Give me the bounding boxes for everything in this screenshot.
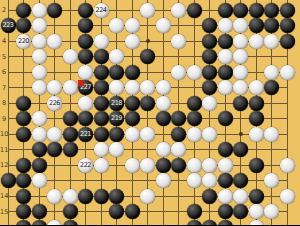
white-stone bbox=[140, 189, 155, 204]
black-stone bbox=[94, 189, 109, 204]
black-stone bbox=[249, 111, 264, 126]
white-stone bbox=[218, 189, 233, 204]
white-stone bbox=[264, 204, 279, 219]
black-stone bbox=[16, 158, 31, 173]
row-coordinate-label: 11 bbox=[0, 146, 8, 154]
white-stone bbox=[125, 34, 140, 49]
black-stone bbox=[16, 220, 31, 226]
black-stone bbox=[218, 204, 233, 219]
row-coordinate-label: 10 bbox=[0, 130, 8, 138]
white-stone bbox=[32, 65, 47, 80]
black-stone bbox=[171, 158, 186, 173]
white-stone bbox=[280, 158, 295, 173]
black-stone bbox=[78, 111, 93, 126]
star-point bbox=[239, 132, 243, 136]
black-stone bbox=[16, 96, 31, 111]
black-stone bbox=[218, 34, 233, 49]
black-stone bbox=[109, 65, 124, 80]
go-app-screen: 2345678910111213141522422322022722621821… bbox=[0, 0, 300, 225]
white-stone bbox=[109, 18, 124, 33]
white-stone bbox=[32, 3, 47, 18]
black-stone bbox=[94, 111, 109, 126]
black-stone bbox=[249, 189, 264, 204]
black-stone: 223 bbox=[1, 18, 16, 33]
black-stone bbox=[233, 96, 248, 111]
black-stone bbox=[202, 18, 217, 33]
black-stone bbox=[16, 173, 31, 188]
black-stone bbox=[94, 49, 109, 64]
row-coordinate-label: 2 bbox=[0, 6, 8, 14]
white-stone bbox=[233, 65, 248, 80]
black-stone bbox=[32, 220, 47, 226]
move-number-label: 221 bbox=[80, 131, 91, 138]
black-stone: 219 bbox=[109, 111, 124, 126]
white-stone bbox=[125, 127, 140, 142]
white-stone bbox=[32, 34, 47, 49]
black-stone bbox=[63, 142, 78, 157]
move-number-label: 219 bbox=[111, 115, 122, 122]
black-stone bbox=[218, 111, 233, 126]
black-stone bbox=[47, 3, 62, 18]
black-stone bbox=[140, 49, 155, 64]
black-stone bbox=[171, 127, 186, 142]
black-stone bbox=[94, 96, 109, 111]
black-stone bbox=[78, 189, 93, 204]
black-stone bbox=[94, 127, 109, 142]
white-stone bbox=[280, 65, 295, 80]
black-stone bbox=[249, 18, 264, 33]
row-coordinate-label: 12 bbox=[0, 161, 8, 169]
white-stone bbox=[94, 34, 109, 49]
black-stone bbox=[109, 189, 124, 204]
row-coordinate-label: 15 bbox=[0, 208, 8, 216]
black-stone bbox=[16, 127, 31, 142]
black-stone bbox=[32, 142, 47, 157]
white-stone bbox=[218, 18, 233, 33]
black-stone bbox=[78, 49, 93, 64]
white-stone bbox=[125, 80, 140, 95]
black-stone bbox=[32, 158, 47, 173]
black-stone: 221 bbox=[78, 127, 93, 142]
white-stone bbox=[233, 34, 248, 49]
white-stone: 220 bbox=[16, 34, 31, 49]
white-stone bbox=[171, 3, 186, 18]
move-number-label: 218 bbox=[111, 100, 122, 107]
white-stone bbox=[171, 34, 186, 49]
white-stone bbox=[233, 80, 248, 95]
black-stone bbox=[16, 3, 31, 18]
black-stone bbox=[280, 18, 295, 33]
white-stone bbox=[280, 189, 295, 204]
black-stone bbox=[109, 204, 124, 219]
white-stone bbox=[202, 158, 217, 173]
black-stone bbox=[94, 80, 109, 95]
black-stone bbox=[63, 111, 78, 126]
black-stone bbox=[233, 142, 248, 157]
black-stone bbox=[47, 142, 62, 157]
black-stone bbox=[78, 3, 93, 18]
black-stone bbox=[109, 127, 124, 142]
white-stone bbox=[47, 220, 62, 226]
white-stone: 226 bbox=[47, 96, 62, 111]
grid-line-horizontal bbox=[8, 118, 288, 119]
black-stone bbox=[63, 204, 78, 219]
white-stone bbox=[32, 127, 47, 142]
black-stone bbox=[264, 3, 279, 18]
black-stone: 218 bbox=[109, 96, 124, 111]
white-stone bbox=[187, 127, 202, 142]
black-stone bbox=[125, 65, 140, 80]
white-stone bbox=[47, 127, 62, 142]
white-stone bbox=[156, 173, 171, 188]
black-stone bbox=[187, 3, 202, 18]
white-stone bbox=[249, 80, 264, 95]
black-stone bbox=[187, 96, 202, 111]
white-stone bbox=[156, 142, 171, 157]
white-stone: 224 bbox=[94, 3, 109, 18]
move-number-label: 222 bbox=[80, 162, 91, 169]
black-stone bbox=[249, 158, 264, 173]
white-stone bbox=[249, 204, 264, 219]
black-stone bbox=[156, 158, 171, 173]
white-stone bbox=[218, 80, 233, 95]
black-stone bbox=[78, 18, 93, 33]
black-stone bbox=[16, 18, 31, 33]
black-stone bbox=[218, 173, 233, 188]
white-stone bbox=[140, 127, 155, 142]
white-stone bbox=[32, 111, 47, 126]
black-stone bbox=[202, 49, 217, 64]
white-stone bbox=[218, 49, 233, 64]
black-stone bbox=[249, 3, 264, 18]
black-stone bbox=[140, 96, 155, 111]
white-stone bbox=[94, 142, 109, 157]
white-stone bbox=[233, 18, 248, 33]
white-stone bbox=[202, 173, 217, 188]
black-stone bbox=[125, 204, 140, 219]
black-stone bbox=[16, 204, 31, 219]
black-stone bbox=[202, 189, 217, 204]
white-stone bbox=[156, 18, 171, 33]
white-stone bbox=[63, 80, 78, 95]
white-stone bbox=[140, 80, 155, 95]
white-stone bbox=[32, 49, 47, 64]
white-stone bbox=[249, 127, 264, 142]
white-stone bbox=[47, 34, 62, 49]
white-stone bbox=[264, 127, 279, 142]
black-stone bbox=[202, 80, 217, 95]
white-stone bbox=[264, 173, 279, 188]
white-stone bbox=[63, 189, 78, 204]
black-stone bbox=[156, 111, 171, 126]
row-coordinate-label: 7 bbox=[0, 84, 8, 92]
white-stone bbox=[202, 96, 217, 111]
white-stone bbox=[47, 189, 62, 204]
row-coordinate-label: 8 bbox=[0, 99, 8, 107]
move-number-label: 224 bbox=[96, 7, 107, 14]
white-stone bbox=[63, 49, 78, 64]
white-stone bbox=[32, 18, 47, 33]
black-stone bbox=[218, 65, 233, 80]
white-stone bbox=[140, 3, 155, 18]
white-stone bbox=[233, 49, 248, 64]
white-stone: 222 bbox=[78, 158, 93, 173]
row-coordinate-label: 4 bbox=[0, 37, 8, 45]
star-point bbox=[146, 39, 150, 43]
black-stone bbox=[187, 111, 202, 126]
white-stone bbox=[109, 142, 124, 157]
white-stone bbox=[156, 96, 171, 111]
white-stone bbox=[218, 158, 233, 173]
white-stone bbox=[264, 65, 279, 80]
black-stone bbox=[264, 18, 279, 33]
black-stone bbox=[63, 220, 78, 226]
black-stone bbox=[171, 111, 186, 126]
white-stone bbox=[264, 34, 279, 49]
white-stone bbox=[233, 189, 248, 204]
black-stone bbox=[280, 3, 295, 18]
white-stone bbox=[249, 220, 264, 226]
white-stone bbox=[109, 80, 124, 95]
white-stone bbox=[94, 158, 109, 173]
white-stone bbox=[171, 142, 186, 157]
black-stone bbox=[218, 142, 233, 157]
black-stone bbox=[78, 34, 93, 49]
black-stone bbox=[218, 220, 233, 226]
move-number-label: 223 bbox=[3, 22, 14, 29]
black-stone bbox=[16, 189, 31, 204]
black-stone bbox=[125, 96, 140, 111]
move-number-label: 226 bbox=[49, 100, 60, 107]
go-board[interactable]: 2345678910111213141522422322022722621821… bbox=[0, 0, 300, 225]
white-stone bbox=[109, 49, 124, 64]
black-stone bbox=[125, 111, 140, 126]
black-stone bbox=[233, 173, 248, 188]
black-stone bbox=[202, 65, 217, 80]
black-stone bbox=[233, 3, 248, 18]
white-stone bbox=[47, 80, 62, 95]
last-move-marker bbox=[78, 80, 84, 86]
row-coordinate-label: 6 bbox=[0, 68, 8, 76]
black-stone bbox=[63, 127, 78, 142]
white-stone bbox=[78, 65, 93, 80]
white-stone bbox=[32, 80, 47, 95]
row-coordinate-label: 9 bbox=[0, 115, 8, 123]
black-stone bbox=[16, 111, 31, 126]
white-stone bbox=[32, 173, 47, 188]
black-stone bbox=[233, 204, 248, 219]
black-stone bbox=[32, 204, 47, 219]
white-stone bbox=[125, 18, 140, 33]
white-stone bbox=[187, 158, 202, 173]
black-stone bbox=[218, 3, 233, 18]
white-stone bbox=[187, 65, 202, 80]
row-coordinate-label: 5 bbox=[0, 53, 8, 61]
white-stone bbox=[140, 158, 155, 173]
black-stone bbox=[202, 34, 217, 49]
white-stone bbox=[125, 158, 140, 173]
white-stone bbox=[156, 80, 171, 95]
white-stone bbox=[187, 173, 202, 188]
black-stone bbox=[1, 173, 16, 188]
black-stone bbox=[94, 65, 109, 80]
move-number-label: 220 bbox=[18, 38, 29, 45]
black-stone bbox=[280, 34, 295, 49]
white-stone bbox=[202, 127, 217, 142]
row-coordinate-label: 14 bbox=[0, 192, 8, 200]
black-stone bbox=[187, 204, 202, 219]
black-stone bbox=[249, 96, 264, 111]
white-stone bbox=[249, 34, 264, 49]
black-stone bbox=[187, 220, 202, 226]
white-stone bbox=[78, 96, 93, 111]
black-stone bbox=[202, 220, 217, 226]
white-stone bbox=[171, 65, 186, 80]
black-stone bbox=[264, 80, 279, 95]
